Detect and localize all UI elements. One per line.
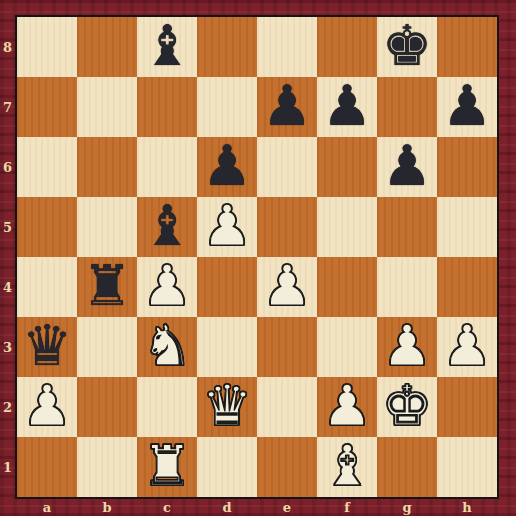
piece-black-bishop[interactable]: ♝ xyxy=(142,18,192,74)
piece-white-knight[interactable]: ♞ xyxy=(142,318,192,374)
piece-black-pawn[interactable]: ♟ xyxy=(262,78,312,134)
file-label-b: b xyxy=(77,499,137,516)
square-e7[interactable]: ♟ xyxy=(257,77,317,137)
square-a3[interactable]: ♛ xyxy=(17,317,77,377)
square-d1[interactable] xyxy=(197,437,257,497)
piece-white-pawn[interactable]: ♟ xyxy=(442,318,492,374)
square-c7[interactable] xyxy=(137,77,197,137)
square-e4[interactable]: ♟ xyxy=(257,257,317,317)
square-b8[interactable] xyxy=(77,17,137,77)
piece-black-rook[interactable]: ♜ xyxy=(82,258,132,314)
rank-labels: 87654321 xyxy=(0,17,15,497)
square-d8[interactable] xyxy=(197,17,257,77)
rank-label-3: 3 xyxy=(0,317,15,377)
square-c2[interactable] xyxy=(137,377,197,437)
piece-white-pawn[interactable]: ♟ xyxy=(322,378,372,434)
square-h8[interactable] xyxy=(437,17,497,77)
chess-board[interactable]: ♝♚♟♟♟♟♟♝♟♜♟♟♛♞♟♟♟♛♟♚♜♝ xyxy=(15,15,499,499)
square-b1[interactable] xyxy=(77,437,137,497)
square-a7[interactable] xyxy=(17,77,77,137)
square-b5[interactable] xyxy=(77,197,137,257)
piece-black-king[interactable]: ♚ xyxy=(382,18,432,74)
square-b6[interactable] xyxy=(77,137,137,197)
square-a2[interactable]: ♟ xyxy=(17,377,77,437)
square-f6[interactable] xyxy=(317,137,377,197)
square-d2[interactable]: ♛ xyxy=(197,377,257,437)
square-b2[interactable] xyxy=(77,377,137,437)
square-d7[interactable] xyxy=(197,77,257,137)
square-f2[interactable]: ♟ xyxy=(317,377,377,437)
square-g1[interactable] xyxy=(377,437,437,497)
square-c8[interactable]: ♝ xyxy=(137,17,197,77)
square-g4[interactable] xyxy=(377,257,437,317)
piece-white-pawn[interactable]: ♟ xyxy=(382,318,432,374)
square-b3[interactable] xyxy=(77,317,137,377)
square-c6[interactable] xyxy=(137,137,197,197)
piece-white-queen[interactable]: ♛ xyxy=(202,378,252,434)
file-label-f: f xyxy=(317,499,377,516)
square-d5[interactable]: ♟ xyxy=(197,197,257,257)
square-f5[interactable] xyxy=(317,197,377,257)
square-h7[interactable]: ♟ xyxy=(437,77,497,137)
piece-black-pawn[interactable]: ♟ xyxy=(442,78,492,134)
square-a6[interactable] xyxy=(17,137,77,197)
square-e8[interactable] xyxy=(257,17,317,77)
file-label-h: h xyxy=(437,499,497,516)
square-e5[interactable] xyxy=(257,197,317,257)
square-g8[interactable]: ♚ xyxy=(377,17,437,77)
square-h4[interactable] xyxy=(437,257,497,317)
piece-white-pawn[interactable]: ♟ xyxy=(202,198,252,254)
file-label-e: e xyxy=(257,499,317,516)
square-c4[interactable]: ♟ xyxy=(137,257,197,317)
file-label-a: a xyxy=(17,499,77,516)
piece-black-bishop[interactable]: ♝ xyxy=(142,198,192,254)
square-f4[interactable] xyxy=(317,257,377,317)
rank-label-4: 4 xyxy=(0,257,15,317)
square-h2[interactable] xyxy=(437,377,497,437)
piece-black-pawn[interactable]: ♟ xyxy=(202,138,252,194)
square-d6[interactable]: ♟ xyxy=(197,137,257,197)
square-f7[interactable]: ♟ xyxy=(317,77,377,137)
square-a1[interactable] xyxy=(17,437,77,497)
square-g2[interactable]: ♚ xyxy=(377,377,437,437)
file-label-c: c xyxy=(137,499,197,516)
file-label-g: g xyxy=(377,499,437,516)
square-h3[interactable]: ♟ xyxy=(437,317,497,377)
piece-white-rook[interactable]: ♜ xyxy=(142,438,192,494)
piece-black-pawn[interactable]: ♟ xyxy=(322,78,372,134)
square-f1[interactable]: ♝ xyxy=(317,437,377,497)
square-g3[interactable]: ♟ xyxy=(377,317,437,377)
square-e2[interactable] xyxy=(257,377,317,437)
file-labels: abcdefgh xyxy=(17,499,497,516)
square-f3[interactable] xyxy=(317,317,377,377)
rank-label-5: 5 xyxy=(0,197,15,257)
square-f8[interactable] xyxy=(317,17,377,77)
rank-label-8: 8 xyxy=(0,17,15,77)
square-c3[interactable]: ♞ xyxy=(137,317,197,377)
square-h6[interactable] xyxy=(437,137,497,197)
rank-label-2: 2 xyxy=(0,377,15,437)
piece-white-bishop[interactable]: ♝ xyxy=(322,438,372,494)
piece-white-pawn[interactable]: ♟ xyxy=(22,378,72,434)
piece-black-queen[interactable]: ♛ xyxy=(22,318,72,374)
square-g7[interactable] xyxy=(377,77,437,137)
square-d3[interactable] xyxy=(197,317,257,377)
square-h1[interactable] xyxy=(437,437,497,497)
square-c1[interactable]: ♜ xyxy=(137,437,197,497)
rank-label-1: 1 xyxy=(0,437,15,497)
file-label-d: d xyxy=(197,499,257,516)
square-b4[interactable]: ♜ xyxy=(77,257,137,317)
rank-label-7: 7 xyxy=(0,77,15,137)
square-a8[interactable] xyxy=(17,17,77,77)
square-d4[interactable] xyxy=(197,257,257,317)
square-e6[interactable] xyxy=(257,137,317,197)
piece-white-king[interactable]: ♚ xyxy=(382,378,432,434)
square-c5[interactable]: ♝ xyxy=(137,197,197,257)
piece-white-pawn[interactable]: ♟ xyxy=(262,258,312,314)
square-a5[interactable] xyxy=(17,197,77,257)
square-e3[interactable] xyxy=(257,317,317,377)
piece-white-pawn[interactable]: ♟ xyxy=(142,258,192,314)
square-a4[interactable] xyxy=(17,257,77,317)
square-g6[interactable]: ♟ xyxy=(377,137,437,197)
square-b7[interactable] xyxy=(77,77,137,137)
piece-black-pawn[interactable]: ♟ xyxy=(382,138,432,194)
square-g5[interactable] xyxy=(377,197,437,257)
square-h5[interactable] xyxy=(437,197,497,257)
board-frame: 87654321 ♝♚♟♟♟♟♟♝♟♜♟♟♛♞♟♟♟♛♟♚♜♝ abcdefgh xyxy=(0,0,516,516)
square-e1[interactable] xyxy=(257,437,317,497)
rank-label-6: 6 xyxy=(0,137,15,197)
